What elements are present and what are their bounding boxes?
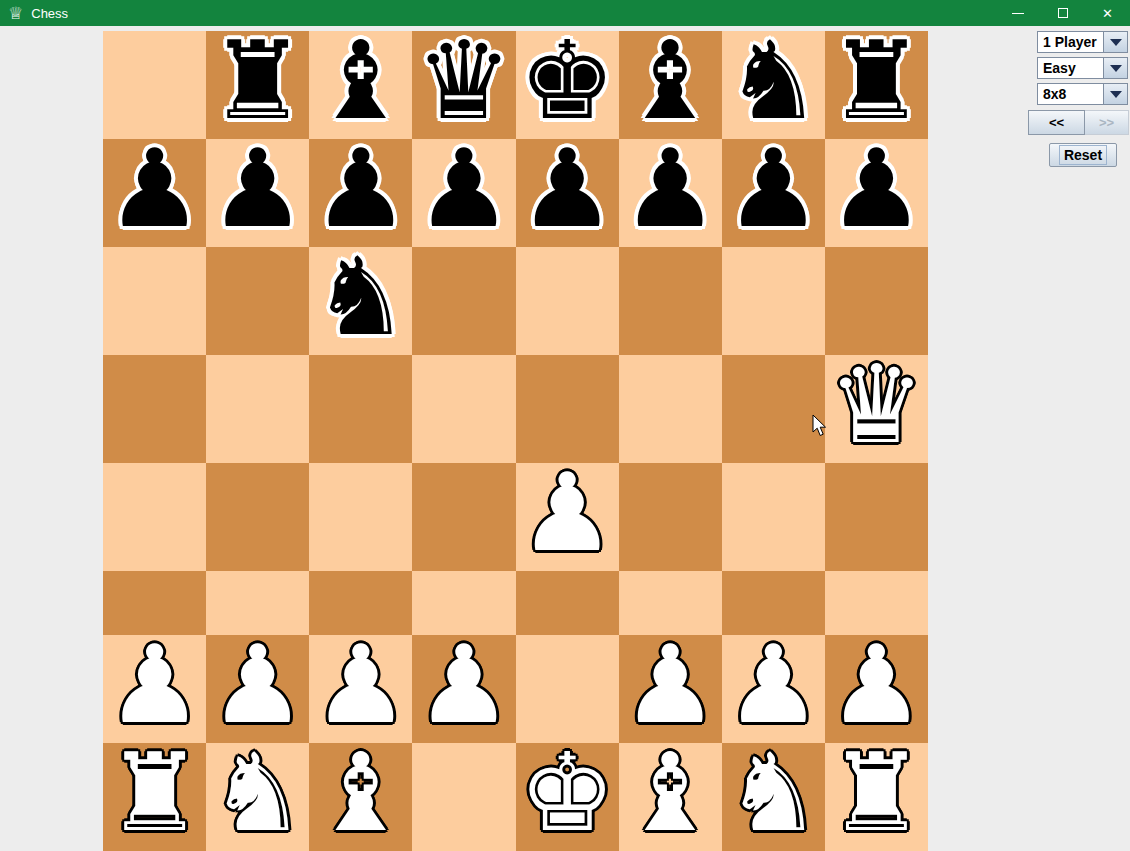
- difficulty-select-value: Easy: [1038, 58, 1103, 78]
- piece-white-bishop[interactable]: ♝: [622, 739, 719, 847]
- chevron-down-icon: [1110, 39, 1122, 46]
- square-b6[interactable]: [206, 247, 309, 355]
- piece-white-rook[interactable]: ♜: [828, 739, 925, 847]
- square-f8[interactable]: ♝: [619, 31, 722, 139]
- piece-white-pawn[interactable]: ♟: [106, 631, 203, 739]
- redo-move-button[interactable]: >>: [1085, 110, 1129, 135]
- reset-button-label: Reset: [1059, 145, 1107, 165]
- square-e4[interactable]: ♟: [516, 463, 619, 571]
- chess-board: ♜♝♛♚♝♞♜♟♟♟♟♟♟♟♟♞♛♟♟♟♟♟♟♟♟♜♞♝♚♝♞♜: [103, 31, 928, 851]
- square-f7[interactable]: ♟: [619, 139, 722, 247]
- piece-black-bishop[interactable]: ♝: [622, 27, 719, 135]
- square-g8[interactable]: ♞: [722, 31, 825, 139]
- piece-black-knight[interactable]: ♞: [312, 243, 409, 351]
- square-c8[interactable]: ♝: [309, 31, 412, 139]
- square-g5[interactable]: [722, 355, 825, 463]
- piece-black-queen[interactable]: ♛: [416, 27, 513, 135]
- square-a7[interactable]: ♟: [103, 139, 206, 247]
- square-b5[interactable]: [206, 355, 309, 463]
- square-a8[interactable]: [103, 31, 206, 139]
- square-d6[interactable]: [412, 247, 515, 355]
- minimize-button[interactable]: [995, 0, 1040, 26]
- piece-white-pawn[interactable]: ♟: [312, 631, 409, 739]
- square-c2[interactable]: ♟: [309, 635, 412, 743]
- piece-black-pawn[interactable]: ♟: [312, 135, 409, 243]
- square-h7[interactable]: ♟: [825, 139, 928, 247]
- piece-white-pawn[interactable]: ♟: [209, 631, 306, 739]
- square-h5[interactable]: ♛: [825, 355, 928, 463]
- square-g1[interactable]: ♞: [722, 743, 825, 851]
- square-a5[interactable]: [103, 355, 206, 463]
- square-e1[interactable]: ♚: [516, 743, 619, 851]
- mouse-cursor: [812, 414, 828, 438]
- piece-black-pawn[interactable]: ♟: [725, 135, 822, 243]
- piece-white-pawn[interactable]: ♟: [416, 631, 513, 739]
- square-d7[interactable]: ♟: [412, 139, 515, 247]
- players-select-value: 1 Player: [1038, 32, 1103, 52]
- square-a2[interactable]: ♟: [103, 635, 206, 743]
- piece-black-rook[interactable]: ♜: [828, 27, 925, 135]
- chevron-down-icon: [1110, 91, 1122, 98]
- players-select-arrow-button[interactable]: [1103, 32, 1127, 52]
- piece-black-rook[interactable]: ♜: [209, 27, 306, 135]
- piece-white-bishop[interactable]: ♝: [312, 739, 409, 847]
- board-size-select-arrow-button[interactable]: [1103, 84, 1127, 104]
- square-c6[interactable]: ♞: [309, 247, 412, 355]
- square-c5[interactable]: [309, 355, 412, 463]
- square-f2[interactable]: ♟: [619, 635, 722, 743]
- piece-white-queen[interactable]: ♛: [828, 351, 925, 459]
- board-size-select-value: 8x8: [1038, 84, 1103, 104]
- board-size-select[interactable]: 8x8: [1037, 83, 1128, 105]
- square-b2[interactable]: ♟: [206, 635, 309, 743]
- square-c7[interactable]: ♟: [309, 139, 412, 247]
- piece-black-pawn[interactable]: ♟: [209, 135, 306, 243]
- piece-black-pawn[interactable]: ♟: [622, 135, 719, 243]
- piece-white-rook[interactable]: ♜: [106, 739, 203, 847]
- square-e8[interactable]: ♚: [516, 31, 619, 139]
- piece-black-pawn[interactable]: ♟: [828, 135, 925, 243]
- square-a1[interactable]: ♜: [103, 743, 206, 851]
- square-f1[interactable]: ♝: [619, 743, 722, 851]
- square-f5[interactable]: [619, 355, 722, 463]
- piece-black-bishop[interactable]: ♝: [312, 27, 409, 135]
- square-f6[interactable]: [619, 247, 722, 355]
- reset-button[interactable]: Reset: [1049, 143, 1117, 167]
- piece-white-knight[interactable]: ♞: [725, 739, 822, 847]
- maximize-button[interactable]: [1040, 0, 1085, 26]
- square-b1[interactable]: ♞: [206, 743, 309, 851]
- square-g2[interactable]: ♟: [722, 635, 825, 743]
- maximize-icon: [1058, 8, 1068, 18]
- square-a6[interactable]: [103, 247, 206, 355]
- piece-white-knight[interactable]: ♞: [209, 739, 306, 847]
- square-e6[interactable]: [516, 247, 619, 355]
- piece-white-pawn[interactable]: ♟: [828, 631, 925, 739]
- square-c1[interactable]: ♝: [309, 743, 412, 851]
- difficulty-select-arrow-button[interactable]: [1103, 58, 1127, 78]
- square-c4[interactable]: [309, 463, 412, 571]
- window-title: Chess: [31, 6, 68, 21]
- square-f4[interactable]: [619, 463, 722, 571]
- square-e5[interactable]: [516, 355, 619, 463]
- square-g7[interactable]: ♟: [722, 139, 825, 247]
- piece-black-knight[interactable]: ♞: [725, 27, 822, 135]
- square-b8[interactable]: ♜: [206, 31, 309, 139]
- window-controls: ✕: [995, 0, 1130, 26]
- chevron-down-icon: [1110, 65, 1122, 72]
- square-g6[interactable]: [722, 247, 825, 355]
- close-icon: ✕: [1102, 6, 1113, 21]
- app-window: ♕ Chess ✕ ♜♝♛♚♝♞♜♟♟♟♟♟♟♟♟♞♛♟♟♟♟♟♟♟♟♜♞♝♚♝…: [0, 0, 1130, 851]
- square-g4[interactable]: [722, 463, 825, 571]
- square-a4[interactable]: [103, 463, 206, 571]
- piece-white-pawn[interactable]: ♟: [519, 459, 616, 567]
- square-b4[interactable]: [206, 463, 309, 571]
- piece-white-king[interactable]: ♚: [519, 739, 616, 847]
- close-button[interactable]: ✕: [1085, 0, 1130, 26]
- square-h4[interactable]: [825, 463, 928, 571]
- minimize-icon: [1012, 13, 1024, 14]
- piece-white-pawn[interactable]: ♟: [622, 631, 719, 739]
- piece-black-pawn[interactable]: ♟: [519, 135, 616, 243]
- square-d8[interactable]: ♛: [412, 31, 515, 139]
- players-select[interactable]: 1 Player: [1037, 31, 1128, 53]
- square-e2[interactable]: [516, 635, 619, 743]
- difficulty-select[interactable]: Easy: [1037, 57, 1128, 79]
- square-d1[interactable]: [412, 743, 515, 851]
- square-h2[interactable]: ♟: [825, 635, 928, 743]
- piece-black-pawn[interactable]: ♟: [106, 135, 203, 243]
- square-h6[interactable]: [825, 247, 928, 355]
- square-b7[interactable]: ♟: [206, 139, 309, 247]
- piece-white-pawn[interactable]: ♟: [725, 631, 822, 739]
- piece-black-king[interactable]: ♚: [519, 27, 616, 135]
- piece-black-pawn[interactable]: ♟: [416, 135, 513, 243]
- square-d2[interactable]: ♟: [412, 635, 515, 743]
- square-d5[interactable]: [412, 355, 515, 463]
- undo-move-button[interactable]: <<: [1028, 110, 1085, 135]
- square-h8[interactable]: ♜: [825, 31, 928, 139]
- square-e3[interactable]: [516, 571, 619, 635]
- square-h1[interactable]: ♜: [825, 743, 928, 851]
- chess-queen-icon: ♕: [8, 0, 23, 26]
- square-e7[interactable]: ♟: [516, 139, 619, 247]
- square-d4[interactable]: [412, 463, 515, 571]
